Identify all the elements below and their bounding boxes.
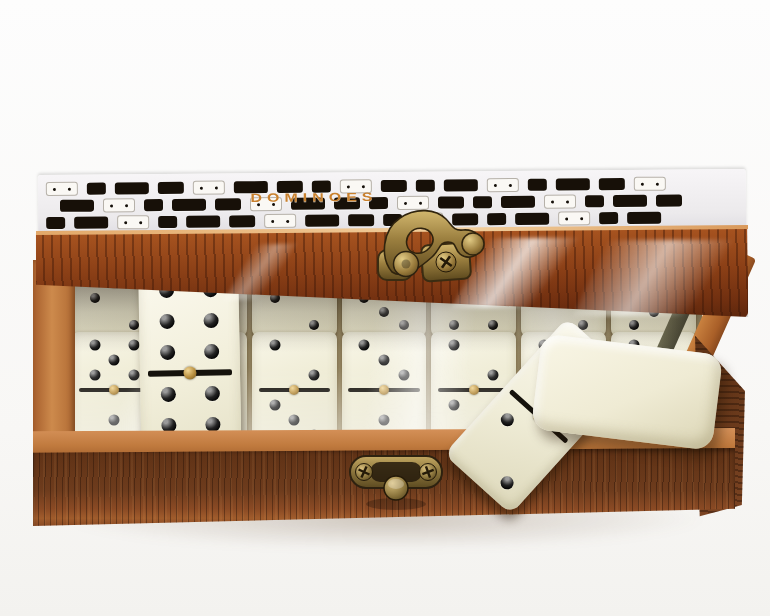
pip (449, 400, 460, 411)
printed-domino-silhouette (599, 212, 618, 224)
pip (398, 369, 409, 380)
printed-pip (509, 183, 512, 186)
printed-pip (200, 186, 203, 189)
printed-domino-silhouette (528, 179, 547, 191)
pip (379, 415, 390, 426)
printed-domino-silhouette (87, 182, 106, 194)
printed-domino-silhouette (613, 195, 647, 207)
pip (205, 417, 220, 432)
pip (269, 400, 280, 411)
printed-domino-tile (103, 198, 135, 212)
printed-domino-silhouette (215, 198, 241, 210)
printed-pip (641, 182, 644, 185)
pip (159, 314, 174, 329)
printed-pip (125, 204, 128, 207)
pip (359, 340, 370, 351)
printed-pip (580, 217, 583, 220)
pip (498, 411, 516, 429)
pip (498, 473, 516, 491)
printed-pip (656, 182, 659, 185)
printed-domino-tile (46, 182, 78, 196)
pip (308, 369, 319, 380)
pip (109, 355, 120, 366)
printed-domino-silhouette (556, 178, 590, 190)
printed-domino-tile (558, 211, 590, 225)
printed-pip (53, 187, 56, 190)
printed-domino-tile (487, 178, 519, 192)
pip (128, 369, 139, 380)
printed-domino-silhouette (515, 213, 549, 225)
pip (89, 369, 100, 380)
printed-pip (215, 186, 218, 189)
product-photo-dominoes-box: { "game": "dominoes", "set_description":… (0, 0, 770, 616)
printed-domino-tile (193, 180, 225, 194)
printed-domino-silhouette (144, 199, 163, 211)
printed-pip (494, 184, 497, 187)
printed-domino-silhouette (172, 199, 206, 211)
printed-domino-silhouette (305, 214, 339, 226)
printed-pip (566, 200, 569, 203)
lid-brand-text: DOMINOES (250, 190, 377, 205)
pip (205, 386, 220, 401)
printed-domino-silhouette (158, 216, 177, 228)
printed-domino-silhouette (599, 178, 625, 190)
pip (90, 293, 100, 303)
pip (289, 415, 300, 426)
pip (379, 355, 390, 366)
pip (109, 415, 120, 426)
printed-domino-silhouette (656, 194, 682, 206)
printed-pip (362, 185, 365, 188)
pip (379, 307, 389, 317)
printed-domino-tile (634, 177, 666, 191)
pip (269, 340, 280, 351)
printed-domino-silhouette (585, 195, 604, 207)
printed-domino-silhouette (60, 200, 94, 212)
printed-domino-silhouette (115, 182, 149, 194)
printed-pip (271, 220, 274, 223)
pip (449, 340, 460, 351)
printed-domino-tile (117, 215, 149, 229)
pip (89, 340, 100, 351)
pip (161, 386, 176, 401)
catch-plate (344, 450, 448, 512)
pip (399, 320, 409, 330)
pip (449, 320, 459, 330)
box-left-rim (33, 260, 75, 458)
printed-domino-silhouette (46, 217, 65, 229)
printed-domino-silhouette (158, 182, 184, 194)
printed-domino-silhouette (381, 180, 407, 192)
pip (204, 344, 219, 359)
printed-pip (139, 221, 142, 224)
printed-pip (347, 185, 350, 188)
printed-domino-silhouette (74, 216, 108, 228)
pip (160, 345, 175, 360)
pip (128, 340, 139, 351)
pip (629, 320, 639, 330)
printed-pip (551, 200, 554, 203)
printed-domino-silhouette (416, 180, 435, 192)
printed-domino-silhouette (186, 216, 220, 228)
printed-pip (565, 217, 568, 220)
pip (129, 320, 139, 330)
pip (488, 320, 498, 330)
printed-domino-tile (544, 194, 576, 208)
printed-domino-tile (264, 214, 296, 228)
printed-domino-silhouette (627, 212, 661, 224)
printed-domino-silhouette (229, 215, 255, 227)
pip (309, 320, 319, 330)
hook-clasp (376, 194, 494, 300)
printed-pip (286, 219, 289, 222)
printed-pip (124, 221, 127, 224)
printed-pip (68, 187, 71, 190)
printed-domino-silhouette (444, 179, 478, 191)
pip (203, 313, 218, 328)
pip (488, 369, 499, 380)
printed-domino-silhouette (501, 196, 535, 208)
printed-domino-silhouette (348, 214, 374, 226)
printed-pip (110, 204, 113, 207)
